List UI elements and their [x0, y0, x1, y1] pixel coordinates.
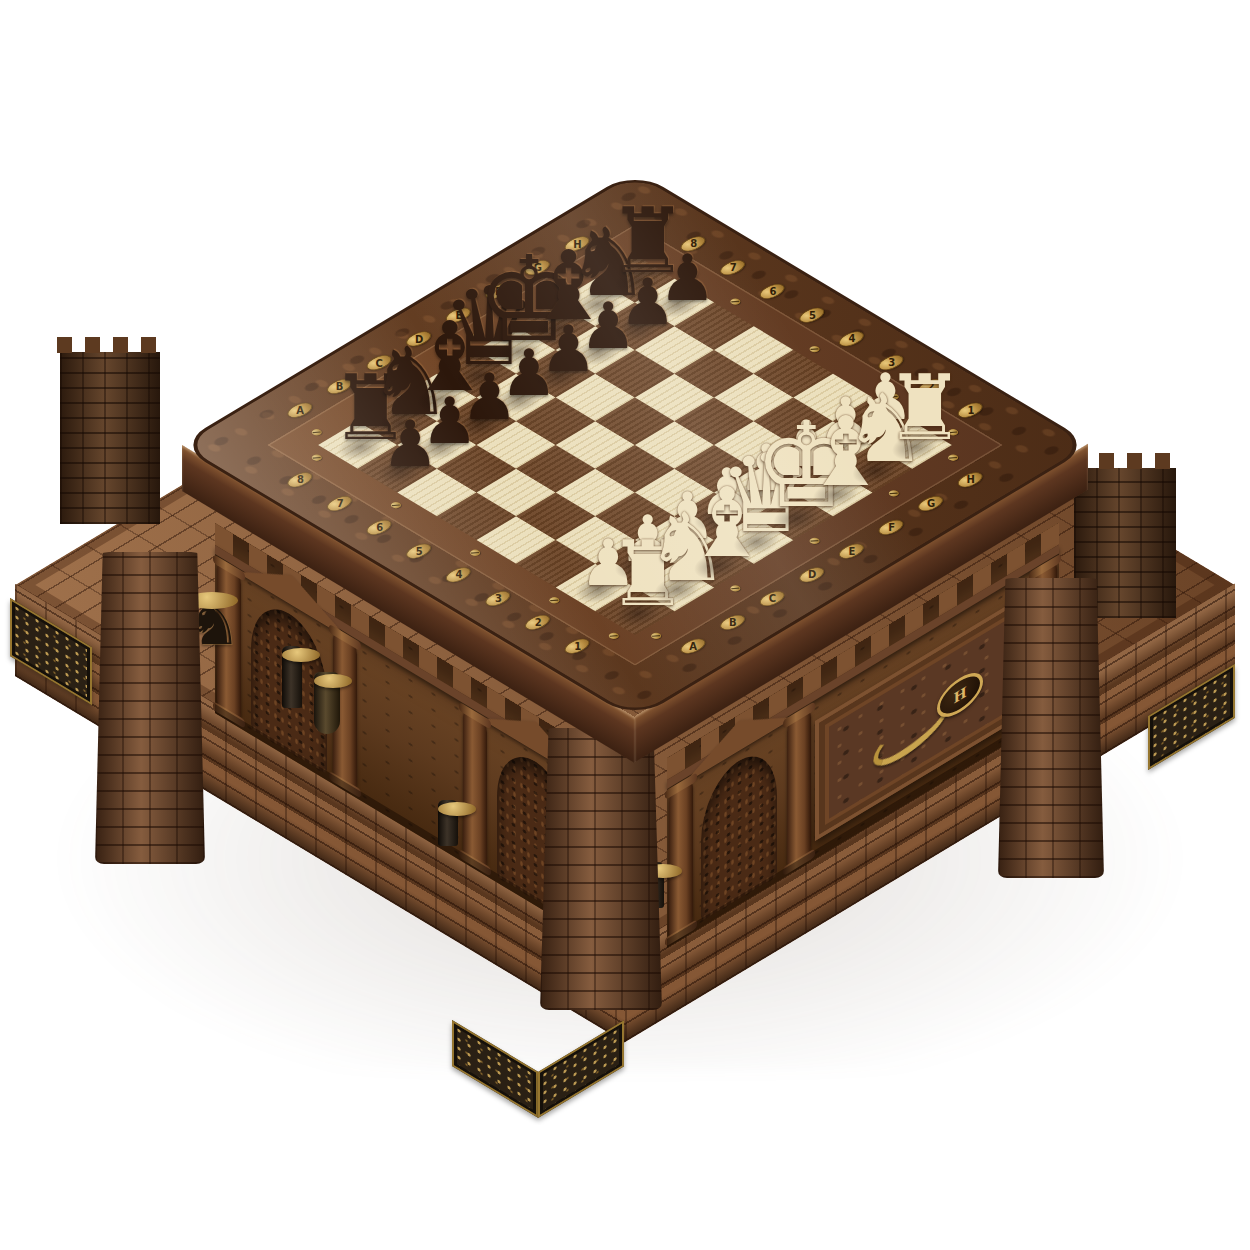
- file-plate-front-E: E: [834, 541, 868, 561]
- figurine-base: [438, 802, 476, 816]
- plate-label: E: [848, 546, 855, 557]
- plate-label: G: [926, 498, 934, 509]
- plate-label: 5: [808, 310, 815, 321]
- file-plate-front-G: G: [914, 493, 948, 513]
- plate-label: B: [729, 617, 737, 628]
- column: [787, 705, 811, 871]
- piece-white-rook-h1[interactable]: ♜: [865, 363, 985, 453]
- plate-label: 6: [376, 522, 383, 533]
- rank-plate-left-8: 8: [283, 470, 317, 490]
- plate-label: D: [808, 569, 816, 580]
- plate-label: 2: [534, 617, 541, 628]
- rank-plate-left-1: 1: [560, 636, 594, 656]
- rank-plate-left-4: 4: [441, 565, 475, 585]
- file-plate-front-C: C: [755, 588, 789, 608]
- plate-label: 8: [296, 474, 303, 485]
- bronze-corner-foot-front: [452, 1002, 624, 1112]
- plate-label: H: [966, 474, 974, 485]
- file-plate-front-D: D: [795, 565, 829, 585]
- figurine-base: [282, 648, 320, 662]
- plate-label: 6: [769, 286, 776, 297]
- plate-label: F: [888, 522, 895, 533]
- plate-label: 4: [455, 569, 462, 580]
- plate-label: 1: [574, 641, 581, 652]
- emblem-letter: H: [953, 683, 966, 707]
- product-photo-scene: H ♞ AABBC: [0, 0, 1250, 1250]
- round-turret-front: [540, 728, 662, 1010]
- square-turret-rear-left: [60, 352, 160, 524]
- rank-plate-left-6: 6: [362, 517, 396, 537]
- plate-label: C: [769, 593, 776, 604]
- column: [463, 706, 487, 872]
- plate-label: A: [296, 405, 304, 416]
- rank-plate-right-6: 6: [755, 281, 789, 301]
- round-turret-left: [95, 552, 205, 864]
- front-foot-left-arm: [452, 1020, 538, 1118]
- rank-plate-left-5: 5: [402, 541, 436, 561]
- plate-label: 3: [494, 593, 501, 604]
- file-plate-front-F: F: [874, 517, 908, 537]
- file-plate-front-H: H: [953, 470, 987, 490]
- rank-plate-right-5: 5: [795, 305, 829, 325]
- plate-label: 4: [848, 333, 855, 344]
- file-plate-front-A: A: [676, 636, 710, 656]
- plate-label: 5: [415, 546, 422, 557]
- rank-plate-left-2: 2: [520, 612, 554, 632]
- rank-plate-right-4: 4: [834, 329, 868, 349]
- file-plate-front-B: B: [716, 612, 750, 632]
- front-foot-right-arm: [538, 1020, 624, 1118]
- round-turret-right: [998, 578, 1104, 878]
- piece-black-pawn-h7[interactable]: ♟: [627, 246, 747, 310]
- column: [669, 776, 693, 942]
- rank-plate-left-3: 3: [481, 588, 515, 608]
- plate-label: A: [689, 641, 697, 652]
- rank-plate-left-7: 7: [322, 493, 356, 513]
- figurine-base: [314, 674, 352, 688]
- plate-label: 7: [336, 498, 343, 509]
